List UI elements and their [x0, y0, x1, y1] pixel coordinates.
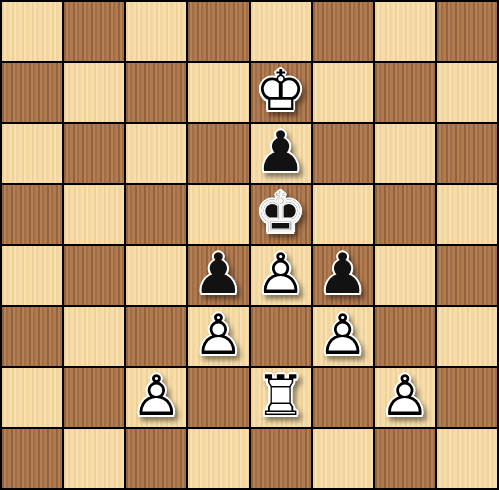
- white-king-detail-glyph: ♔: [255, 63, 305, 119]
- square-h7[interactable]: [437, 63, 497, 122]
- square-f2[interactable]: [313, 368, 373, 427]
- white-pawn-detail-glyph: ♙: [318, 307, 368, 363]
- square-e5[interactable]: ♚♔: [251, 185, 311, 244]
- square-a8[interactable]: [2, 2, 62, 61]
- square-g8[interactable]: [375, 2, 435, 61]
- square-d4[interactable]: ♟: [188, 246, 248, 305]
- white-pawn-detail-glyph: ♙: [255, 246, 305, 302]
- white-king-piece[interactable]: ♚♔: [251, 63, 311, 122]
- square-h2[interactable]: [437, 368, 497, 427]
- square-c6[interactable]: [126, 124, 186, 183]
- square-f4[interactable]: ♟: [313, 246, 373, 305]
- square-g6[interactable]: [375, 124, 435, 183]
- black-pawn-piece[interactable]: ♟: [251, 124, 311, 183]
- square-d1[interactable]: [188, 429, 248, 488]
- white-pawn-piece[interactable]: ♟♙: [375, 368, 435, 427]
- white-pawn-detail-glyph: ♙: [380, 368, 430, 424]
- white-pawn-piece[interactable]: ♟♙: [126, 368, 186, 427]
- black-king-piece[interactable]: ♚♔: [251, 185, 311, 244]
- black-pawn-glyph: ♟: [193, 246, 243, 302]
- black-pawn-piece[interactable]: ♟: [188, 246, 248, 305]
- square-a7[interactable]: [2, 63, 62, 122]
- square-c8[interactable]: [126, 2, 186, 61]
- square-d8[interactable]: [188, 2, 248, 61]
- white-pawn-piece[interactable]: ♟♙: [251, 246, 311, 305]
- square-d6[interactable]: [188, 124, 248, 183]
- square-c4[interactable]: [126, 246, 186, 305]
- square-f3[interactable]: ♟♙: [313, 307, 373, 366]
- square-a6[interactable]: [2, 124, 62, 183]
- square-c7[interactable]: [126, 63, 186, 122]
- square-c1[interactable]: [126, 429, 186, 488]
- square-b1[interactable]: [64, 429, 124, 488]
- square-g5[interactable]: [375, 185, 435, 244]
- square-e8[interactable]: [251, 2, 311, 61]
- square-b6[interactable]: [64, 124, 124, 183]
- square-h8[interactable]: [437, 2, 497, 61]
- square-h6[interactable]: [437, 124, 497, 183]
- black-king-detail-glyph: ♔: [255, 185, 305, 241]
- square-h1[interactable]: [437, 429, 497, 488]
- square-e3[interactable]: [251, 307, 311, 366]
- square-g7[interactable]: [375, 63, 435, 122]
- square-d3[interactable]: ♟♙: [188, 307, 248, 366]
- square-b2[interactable]: [64, 368, 124, 427]
- square-f8[interactable]: [313, 2, 373, 61]
- white-pawn-detail-glyph: ♙: [193, 307, 243, 363]
- square-c2[interactable]: ♟♙: [126, 368, 186, 427]
- square-e2[interactable]: ♜♖: [251, 368, 311, 427]
- square-g1[interactable]: [375, 429, 435, 488]
- black-pawn-piece[interactable]: ♟: [313, 246, 373, 305]
- square-g4[interactable]: [375, 246, 435, 305]
- square-b5[interactable]: [64, 185, 124, 244]
- square-f1[interactable]: [313, 429, 373, 488]
- square-a4[interactable]: [2, 246, 62, 305]
- square-e7[interactable]: ♚♔: [251, 63, 311, 122]
- square-a2[interactable]: [2, 368, 62, 427]
- white-rook-piece[interactable]: ♜♖: [251, 368, 311, 427]
- square-c3[interactable]: [126, 307, 186, 366]
- square-d7[interactable]: [188, 63, 248, 122]
- square-b8[interactable]: [64, 2, 124, 61]
- square-b3[interactable]: [64, 307, 124, 366]
- square-f7[interactable]: [313, 63, 373, 122]
- square-a3[interactable]: [2, 307, 62, 366]
- square-f5[interactable]: [313, 185, 373, 244]
- black-pawn-glyph: ♟: [255, 124, 305, 180]
- square-e1[interactable]: [251, 429, 311, 488]
- white-pawn-piece[interactable]: ♟♙: [188, 307, 248, 366]
- square-c5[interactable]: [126, 185, 186, 244]
- square-d5[interactable]: [188, 185, 248, 244]
- square-h5[interactable]: [437, 185, 497, 244]
- square-g2[interactable]: ♟♙: [375, 368, 435, 427]
- square-b7[interactable]: [64, 63, 124, 122]
- white-pawn-piece[interactable]: ♟♙: [313, 307, 373, 366]
- square-f6[interactable]: [313, 124, 373, 183]
- black-pawn-glyph: ♟: [318, 246, 368, 302]
- square-g3[interactable]: [375, 307, 435, 366]
- square-a5[interactable]: [2, 185, 62, 244]
- chess-board: ♚♔♟♚♔♟♟♙♟♟♙♟♙♟♙♜♖♟♙: [0, 0, 499, 490]
- square-e6[interactable]: ♟: [251, 124, 311, 183]
- square-h4[interactable]: [437, 246, 497, 305]
- white-pawn-detail-glyph: ♙: [131, 368, 181, 424]
- square-d2[interactable]: [188, 368, 248, 427]
- square-h3[interactable]: [437, 307, 497, 366]
- white-rook-detail-glyph: ♖: [255, 368, 305, 424]
- square-a1[interactable]: [2, 429, 62, 488]
- square-b4[interactable]: [64, 246, 124, 305]
- square-e4[interactable]: ♟♙: [251, 246, 311, 305]
